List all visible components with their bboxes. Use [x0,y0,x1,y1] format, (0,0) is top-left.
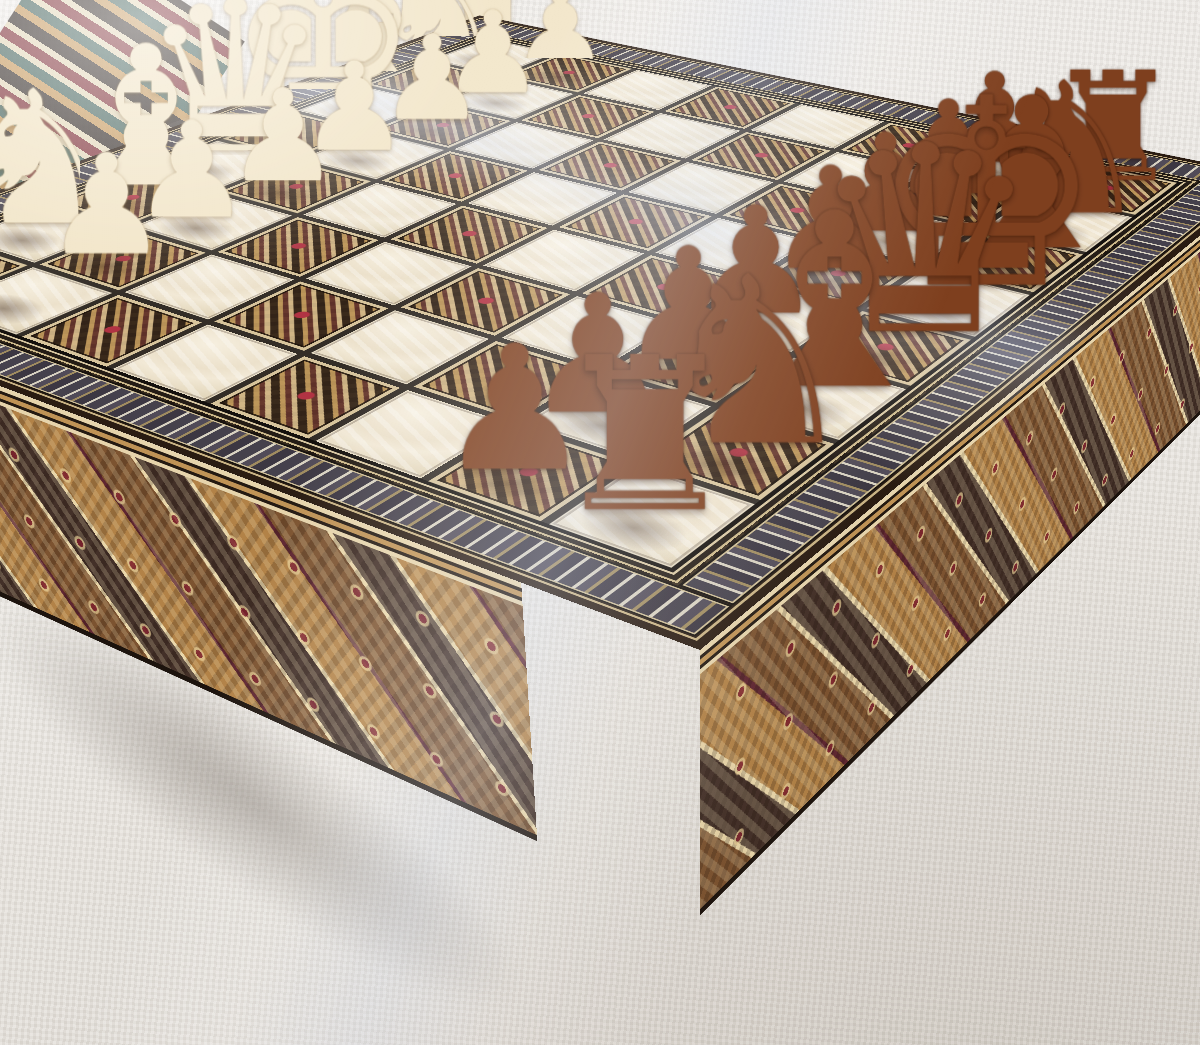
camera-zoom-wrapper: ♜♟♟♜♞♟♟♞♝♟♟♝♚♟♟♚♛♟♟♛♝♟♟♝♞♟♟♞♜♟♟♜ [0,0,1200,1045]
piece-white-pawn-a2[interactable]: ♟ [0,179,54,313]
chess-box-board: ♜♟♟♜♞♟♟♞♝♟♟♝♚♟♟♚♛♟♟♛♝♟♟♝♞♟♟♞♜♟♟♜ [0,16,1200,650]
scene: ♜♟♟♜♞♟♟♞♝♟♟♝♚♟♟♚♛♟♟♛♝♟♟♝♞♟♟♞♜♟♟♜ [0,0,1200,1045]
piece-black-pawn-a7[interactable]: ♟ [437,329,569,488]
piece-black-rook-a8[interactable]: ♜ [550,339,700,534]
